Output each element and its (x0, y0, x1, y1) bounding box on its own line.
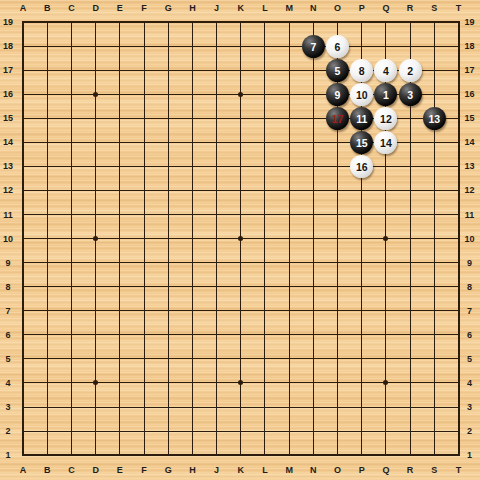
intersection-J10[interactable] (205, 227, 229, 251)
intersection-K7[interactable] (229, 299, 253, 323)
intersection-H2[interactable] (180, 419, 204, 443)
intersection-M10[interactable] (277, 227, 301, 251)
intersection-E8[interactable] (108, 275, 132, 299)
intersection-P11[interactable] (350, 203, 374, 227)
intersection-A3[interactable] (11, 395, 35, 419)
intersection-O8[interactable] (325, 275, 349, 299)
intersection-L14[interactable] (253, 130, 277, 154)
intersection-J6[interactable] (205, 323, 229, 347)
intersection-M18[interactable] (277, 34, 301, 58)
intersection-L5[interactable] (253, 347, 277, 371)
intersection-O9[interactable] (325, 251, 349, 275)
intersection-Q1[interactable] (374, 443, 398, 467)
intersection-P4[interactable] (350, 371, 374, 395)
intersection-P10[interactable] (350, 227, 374, 251)
intersection-C6[interactable] (59, 323, 83, 347)
intersection-F4[interactable] (132, 371, 156, 395)
intersection-E17[interactable] (108, 58, 132, 82)
intersection-P2[interactable] (350, 419, 374, 443)
intersection-S13[interactable] (422, 154, 446, 178)
intersection-P13[interactable]: 16 (350, 154, 374, 178)
intersection-T8[interactable] (446, 275, 470, 299)
intersection-F10[interactable] (132, 227, 156, 251)
intersection-T9[interactable] (446, 251, 470, 275)
intersection-S15[interactable]: 13 (422, 106, 446, 130)
intersection-T14[interactable] (446, 130, 470, 154)
intersection-M11[interactable] (277, 203, 301, 227)
intersection-J13[interactable] (205, 154, 229, 178)
intersection-P16[interactable]: 10 (350, 82, 374, 106)
intersection-B13[interactable] (35, 154, 59, 178)
intersection-A18[interactable] (11, 34, 35, 58)
intersection-K13[interactable] (229, 154, 253, 178)
intersection-G7[interactable] (156, 299, 180, 323)
intersection-F11[interactable] (132, 203, 156, 227)
intersection-C12[interactable] (59, 178, 83, 202)
intersection-N5[interactable] (301, 347, 325, 371)
intersection-F6[interactable] (132, 323, 156, 347)
intersection-S5[interactable] (422, 347, 446, 371)
intersection-R8[interactable] (398, 275, 422, 299)
intersection-E14[interactable] (108, 130, 132, 154)
intersection-P7[interactable] (350, 299, 374, 323)
intersection-G10[interactable] (156, 227, 180, 251)
intersection-N19[interactable] (301, 10, 325, 34)
intersection-B8[interactable] (35, 275, 59, 299)
intersection-F8[interactable] (132, 275, 156, 299)
intersection-R18[interactable] (398, 34, 422, 58)
intersection-D1[interactable] (84, 443, 108, 467)
intersection-C17[interactable] (59, 58, 83, 82)
intersection-T17[interactable] (446, 58, 470, 82)
intersection-A6[interactable] (11, 323, 35, 347)
intersection-N11[interactable] (301, 203, 325, 227)
intersection-H12[interactable] (180, 178, 204, 202)
intersection-L7[interactable] (253, 299, 277, 323)
intersection-T18[interactable] (446, 34, 470, 58)
intersection-N14[interactable] (301, 130, 325, 154)
intersection-T5[interactable] (446, 347, 470, 371)
intersection-R9[interactable] (398, 251, 422, 275)
intersection-S6[interactable] (422, 323, 446, 347)
intersection-N3[interactable] (301, 395, 325, 419)
intersection-O7[interactable] (325, 299, 349, 323)
intersection-C10[interactable] (59, 227, 83, 251)
intersection-J2[interactable] (205, 419, 229, 443)
intersection-S16[interactable] (422, 82, 446, 106)
intersection-D4[interactable] (84, 371, 108, 395)
intersection-T11[interactable] (446, 203, 470, 227)
intersection-F1[interactable] (132, 443, 156, 467)
intersection-D2[interactable] (84, 419, 108, 443)
intersection-K15[interactable] (229, 106, 253, 130)
intersection-B1[interactable] (35, 443, 59, 467)
intersection-P14[interactable]: 15 (350, 130, 374, 154)
intersection-E16[interactable] (108, 82, 132, 106)
intersection-A16[interactable] (11, 82, 35, 106)
intersection-N4[interactable] (301, 371, 325, 395)
intersection-O1[interactable] (325, 443, 349, 467)
intersection-Q13[interactable] (374, 154, 398, 178)
intersection-E5[interactable] (108, 347, 132, 371)
intersection-O10[interactable] (325, 227, 349, 251)
intersection-J4[interactable] (205, 371, 229, 395)
intersection-D18[interactable] (84, 34, 108, 58)
intersection-L13[interactable] (253, 154, 277, 178)
intersection-J17[interactable] (205, 58, 229, 82)
intersection-C8[interactable] (59, 275, 83, 299)
intersection-Q16[interactable]: 1 (374, 82, 398, 106)
intersection-F17[interactable] (132, 58, 156, 82)
intersection-B4[interactable] (35, 371, 59, 395)
intersection-J19[interactable] (205, 10, 229, 34)
intersection-H11[interactable] (180, 203, 204, 227)
intersection-A8[interactable] (11, 275, 35, 299)
intersection-E9[interactable] (108, 251, 132, 275)
intersection-P1[interactable] (350, 443, 374, 467)
intersection-G2[interactable] (156, 419, 180, 443)
intersection-R10[interactable] (398, 227, 422, 251)
intersection-D3[interactable] (84, 395, 108, 419)
intersection-P3[interactable] (350, 395, 374, 419)
intersection-J16[interactable] (205, 82, 229, 106)
intersection-M17[interactable] (277, 58, 301, 82)
intersection-D19[interactable] (84, 10, 108, 34)
intersection-O6[interactable] (325, 323, 349, 347)
intersection-J1[interactable] (205, 443, 229, 467)
intersection-T19[interactable] (446, 10, 470, 34)
intersection-K14[interactable] (229, 130, 253, 154)
intersection-J8[interactable] (205, 275, 229, 299)
intersection-D6[interactable] (84, 323, 108, 347)
intersection-N7[interactable] (301, 299, 325, 323)
intersection-H5[interactable] (180, 347, 204, 371)
intersection-K2[interactable] (229, 419, 253, 443)
intersection-L8[interactable] (253, 275, 277, 299)
intersection-E7[interactable] (108, 299, 132, 323)
intersection-P8[interactable] (350, 275, 374, 299)
intersection-B17[interactable] (35, 58, 59, 82)
intersection-G16[interactable] (156, 82, 180, 106)
intersection-G14[interactable] (156, 130, 180, 154)
intersection-L11[interactable] (253, 203, 277, 227)
intersection-Q5[interactable] (374, 347, 398, 371)
intersection-T10[interactable] (446, 227, 470, 251)
intersection-A4[interactable] (11, 371, 35, 395)
intersection-H10[interactable] (180, 227, 204, 251)
intersection-E13[interactable] (108, 154, 132, 178)
intersection-M8[interactable] (277, 275, 301, 299)
intersection-M15[interactable] (277, 106, 301, 130)
intersection-Q2[interactable] (374, 419, 398, 443)
intersection-E10[interactable] (108, 227, 132, 251)
intersection-O3[interactable] (325, 395, 349, 419)
intersection-C18[interactable] (59, 34, 83, 58)
intersection-L4[interactable] (253, 371, 277, 395)
intersection-D9[interactable] (84, 251, 108, 275)
intersection-J15[interactable] (205, 106, 229, 130)
intersection-M5[interactable] (277, 347, 301, 371)
intersection-D8[interactable] (84, 275, 108, 299)
intersection-M7[interactable] (277, 299, 301, 323)
intersection-R14[interactable] (398, 130, 422, 154)
intersection-A11[interactable] (11, 203, 35, 227)
intersection-H1[interactable] (180, 443, 204, 467)
intersection-O4[interactable] (325, 371, 349, 395)
intersection-P5[interactable] (350, 347, 374, 371)
intersection-S19[interactable] (422, 10, 446, 34)
intersection-N18[interactable]: 7 (301, 34, 325, 58)
intersection-O12[interactable] (325, 178, 349, 202)
intersection-H9[interactable] (180, 251, 204, 275)
intersection-C15[interactable] (59, 106, 83, 130)
intersection-J5[interactable] (205, 347, 229, 371)
intersection-L16[interactable] (253, 82, 277, 106)
intersection-O16[interactable]: 9 (325, 82, 349, 106)
intersection-K17[interactable] (229, 58, 253, 82)
intersection-J7[interactable] (205, 299, 229, 323)
intersection-Q8[interactable] (374, 275, 398, 299)
intersection-E2[interactable] (108, 419, 132, 443)
intersection-A10[interactable] (11, 227, 35, 251)
intersection-D13[interactable] (84, 154, 108, 178)
intersection-H6[interactable] (180, 323, 204, 347)
intersection-L1[interactable] (253, 443, 277, 467)
intersection-F16[interactable] (132, 82, 156, 106)
intersection-G17[interactable] (156, 58, 180, 82)
intersection-S4[interactable] (422, 371, 446, 395)
intersection-Q6[interactable] (374, 323, 398, 347)
intersection-D7[interactable] (84, 299, 108, 323)
intersection-D16[interactable] (84, 82, 108, 106)
intersection-H13[interactable] (180, 154, 204, 178)
intersection-K1[interactable] (229, 443, 253, 467)
intersection-D11[interactable] (84, 203, 108, 227)
intersection-L19[interactable] (253, 10, 277, 34)
intersection-G13[interactable] (156, 154, 180, 178)
intersection-C5[interactable] (59, 347, 83, 371)
intersection-A5[interactable] (11, 347, 35, 371)
intersection-F9[interactable] (132, 251, 156, 275)
intersection-O17[interactable]: 5 (325, 58, 349, 82)
intersection-J12[interactable] (205, 178, 229, 202)
intersection-T16[interactable] (446, 82, 470, 106)
intersection-R7[interactable] (398, 299, 422, 323)
intersection-P9[interactable] (350, 251, 374, 275)
intersection-E1[interactable] (108, 443, 132, 467)
intersection-S9[interactable] (422, 251, 446, 275)
intersection-F19[interactable] (132, 10, 156, 34)
intersection-C16[interactable] (59, 82, 83, 106)
intersection-S17[interactable] (422, 58, 446, 82)
intersection-N10[interactable] (301, 227, 325, 251)
intersection-J11[interactable] (205, 203, 229, 227)
intersection-J9[interactable] (205, 251, 229, 275)
intersection-Q11[interactable] (374, 203, 398, 227)
intersection-N1[interactable] (301, 443, 325, 467)
intersection-C7[interactable] (59, 299, 83, 323)
intersection-R15[interactable] (398, 106, 422, 130)
intersection-R1[interactable] (398, 443, 422, 467)
intersection-K9[interactable] (229, 251, 253, 275)
intersection-A19[interactable] (11, 10, 35, 34)
intersection-S12[interactable] (422, 178, 446, 202)
intersection-B16[interactable] (35, 82, 59, 106)
intersection-G5[interactable] (156, 347, 180, 371)
intersection-E6[interactable] (108, 323, 132, 347)
intersection-P12[interactable] (350, 178, 374, 202)
intersection-K10[interactable] (229, 227, 253, 251)
intersection-S7[interactable] (422, 299, 446, 323)
intersection-A7[interactable] (11, 299, 35, 323)
intersection-C9[interactable] (59, 251, 83, 275)
intersection-K3[interactable] (229, 395, 253, 419)
intersection-M12[interactable] (277, 178, 301, 202)
intersection-H17[interactable] (180, 58, 204, 82)
intersection-N16[interactable] (301, 82, 325, 106)
intersection-P6[interactable] (350, 323, 374, 347)
intersection-G19[interactable] (156, 10, 180, 34)
intersection-A15[interactable] (11, 106, 35, 130)
intersection-Q17[interactable]: 4 (374, 58, 398, 82)
intersection-A12[interactable] (11, 178, 35, 202)
intersection-H15[interactable] (180, 106, 204, 130)
intersection-B9[interactable] (35, 251, 59, 275)
intersection-H8[interactable] (180, 275, 204, 299)
intersection-R19[interactable] (398, 10, 422, 34)
intersection-F18[interactable] (132, 34, 156, 58)
intersection-O19[interactable] (325, 10, 349, 34)
intersection-G8[interactable] (156, 275, 180, 299)
intersection-Q9[interactable] (374, 251, 398, 275)
intersection-E11[interactable] (108, 203, 132, 227)
intersection-H14[interactable] (180, 130, 204, 154)
intersection-B12[interactable] (35, 178, 59, 202)
intersection-P19[interactable] (350, 10, 374, 34)
intersection-J14[interactable] (205, 130, 229, 154)
intersection-E12[interactable] (108, 178, 132, 202)
intersection-S18[interactable] (422, 34, 446, 58)
intersection-Q12[interactable] (374, 178, 398, 202)
intersection-C1[interactable] (59, 443, 83, 467)
intersection-H16[interactable] (180, 82, 204, 106)
intersection-C19[interactable] (59, 10, 83, 34)
intersection-L18[interactable] (253, 34, 277, 58)
intersection-M1[interactable] (277, 443, 301, 467)
intersection-D10[interactable] (84, 227, 108, 251)
intersection-M2[interactable] (277, 419, 301, 443)
intersection-G11[interactable] (156, 203, 180, 227)
intersection-M6[interactable] (277, 323, 301, 347)
intersection-G9[interactable] (156, 251, 180, 275)
intersection-P17[interactable]: 8 (350, 58, 374, 82)
intersection-S14[interactable] (422, 130, 446, 154)
intersection-E18[interactable] (108, 34, 132, 58)
intersection-H18[interactable] (180, 34, 204, 58)
intersection-F2[interactable] (132, 419, 156, 443)
intersection-E19[interactable] (108, 10, 132, 34)
intersection-B5[interactable] (35, 347, 59, 371)
intersection-E15[interactable] (108, 106, 132, 130)
intersection-Q14[interactable]: 14 (374, 130, 398, 154)
intersection-N13[interactable] (301, 154, 325, 178)
intersection-M19[interactable] (277, 10, 301, 34)
intersection-A2[interactable] (11, 419, 35, 443)
intersection-M3[interactable] (277, 395, 301, 419)
intersection-Q10[interactable] (374, 227, 398, 251)
intersection-L12[interactable] (253, 178, 277, 202)
intersection-T12[interactable] (446, 178, 470, 202)
intersection-H3[interactable] (180, 395, 204, 419)
intersection-P18[interactable] (350, 34, 374, 58)
intersection-A9[interactable] (11, 251, 35, 275)
intersection-H19[interactable] (180, 10, 204, 34)
intersection-Q19[interactable] (374, 10, 398, 34)
intersection-S10[interactable] (422, 227, 446, 251)
intersection-O5[interactable] (325, 347, 349, 371)
intersection-A14[interactable] (11, 130, 35, 154)
intersection-H4[interactable] (180, 371, 204, 395)
intersection-M14[interactable] (277, 130, 301, 154)
intersection-N6[interactable] (301, 323, 325, 347)
intersection-F15[interactable] (132, 106, 156, 130)
intersection-T2[interactable] (446, 419, 470, 443)
intersection-S8[interactable] (422, 275, 446, 299)
intersection-G18[interactable] (156, 34, 180, 58)
intersection-O14[interactable] (325, 130, 349, 154)
intersection-R5[interactable] (398, 347, 422, 371)
intersection-K4[interactable] (229, 371, 253, 395)
intersection-O15[interactable]: 17 (325, 106, 349, 130)
intersection-M9[interactable] (277, 251, 301, 275)
intersection-O2[interactable] (325, 419, 349, 443)
intersection-L9[interactable] (253, 251, 277, 275)
intersection-B2[interactable] (35, 419, 59, 443)
intersection-D12[interactable] (84, 178, 108, 202)
intersection-D5[interactable] (84, 347, 108, 371)
intersection-L10[interactable] (253, 227, 277, 251)
intersection-S3[interactable] (422, 395, 446, 419)
intersection-B6[interactable] (35, 323, 59, 347)
intersection-F5[interactable] (132, 347, 156, 371)
intersection-C3[interactable] (59, 395, 83, 419)
intersection-A13[interactable] (11, 154, 35, 178)
intersection-A1[interactable] (11, 443, 35, 467)
intersection-Q4[interactable] (374, 371, 398, 395)
intersection-O13[interactable] (325, 154, 349, 178)
intersection-G6[interactable] (156, 323, 180, 347)
intersection-R17[interactable]: 2 (398, 58, 422, 82)
intersection-K8[interactable] (229, 275, 253, 299)
intersection-N2[interactable] (301, 419, 325, 443)
intersection-L2[interactable] (253, 419, 277, 443)
intersection-P15[interactable]: 11 (350, 106, 374, 130)
intersection-J3[interactable] (205, 395, 229, 419)
intersection-T15[interactable] (446, 106, 470, 130)
intersection-B19[interactable] (35, 10, 59, 34)
intersection-C2[interactable] (59, 419, 83, 443)
intersection-K16[interactable] (229, 82, 253, 106)
intersection-K5[interactable] (229, 347, 253, 371)
intersection-F7[interactable] (132, 299, 156, 323)
intersection-G15[interactable] (156, 106, 180, 130)
intersection-C14[interactable] (59, 130, 83, 154)
intersection-D14[interactable] (84, 130, 108, 154)
intersection-F12[interactable] (132, 178, 156, 202)
intersection-S1[interactable] (422, 443, 446, 467)
intersection-D15[interactable] (84, 106, 108, 130)
intersection-O11[interactable] (325, 203, 349, 227)
